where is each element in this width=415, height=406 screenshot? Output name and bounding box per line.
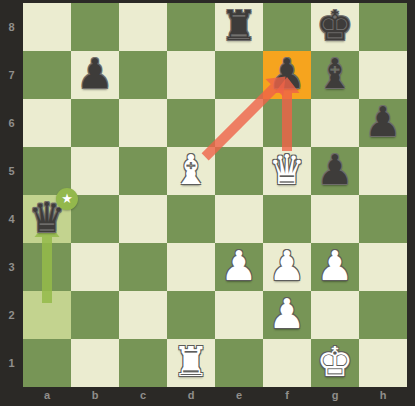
square-a7[interactable] [23,51,71,99]
square-h5[interactable] [359,147,407,195]
board[interactable]: ★ ♜♚♟♟♝♟♝♛♟♛♟♟♟♟♜♚ [23,3,407,387]
square-e5[interactable] [215,147,263,195]
black-pawn-f7[interactable]: ♟ [263,51,311,99]
square-a3[interactable] [23,243,71,291]
square-b6[interactable] [71,99,119,147]
black-bishop-g7[interactable]: ♝ [311,51,359,99]
rank-label-7: 7 [0,51,23,99]
rank-label-2: 2 [0,291,23,339]
black-rook-e8[interactable]: ♜ [215,3,263,51]
square-g6[interactable] [311,99,359,147]
rank-label-4: 4 [0,195,23,243]
file-label-g: g [311,387,359,406]
square-h7[interactable] [359,51,407,99]
square-c8[interactable] [119,3,167,51]
square-c1[interactable] [119,339,167,387]
square-e1[interactable] [215,339,263,387]
square-c3[interactable] [119,243,167,291]
square-a1[interactable] [23,339,71,387]
square-g4[interactable] [311,195,359,243]
square-f6[interactable] [263,99,311,147]
file-label-d: d [167,387,215,406]
white-pawn-f2[interactable]: ♟ [263,291,311,339]
white-pawn-g3[interactable]: ♟ [311,243,359,291]
file-label-e: e [215,387,263,406]
square-e4[interactable] [215,195,263,243]
white-pawn-e3[interactable]: ♟ [215,243,263,291]
file-label-c: c [119,387,167,406]
square-b4[interactable] [71,195,119,243]
rank-label-5: 5 [0,147,23,195]
white-pawn-f3[interactable]: ♟ [263,243,311,291]
rank-label-3: 3 [0,243,23,291]
square-d2[interactable] [167,291,215,339]
square-a2[interactable] [23,291,71,339]
black-pawn-g5[interactable]: ♟ [311,147,359,195]
square-d6[interactable] [167,99,215,147]
square-a6[interactable] [23,99,71,147]
rank-label-8: 8 [0,3,23,51]
black-pawn-h6[interactable]: ♟ [359,99,407,147]
square-a8[interactable] [23,3,71,51]
square-d4[interactable] [167,195,215,243]
square-c5[interactable] [119,147,167,195]
black-king-g8[interactable]: ♚ [311,3,359,51]
rank-label-6: 6 [0,99,23,147]
square-f4[interactable] [263,195,311,243]
square-h3[interactable] [359,243,407,291]
chess-board-panel: 87654321 ★ ♜♚♟♟♝♟♝♛♟♛♟♟♟♟♜♚ abcdefgh [0,0,415,406]
white-queen-f5[interactable]: ♛ [263,147,311,195]
square-b5[interactable] [71,147,119,195]
square-c6[interactable] [119,99,167,147]
star-icon: ★ [61,191,73,206]
rank-label-1: 1 [0,339,23,387]
white-bishop-d5[interactable]: ♝ [167,147,215,195]
square-h2[interactable] [359,291,407,339]
square-h4[interactable] [359,195,407,243]
best-move-star-badge: ★ [56,188,78,210]
rank-labels: 87654321 [0,3,23,387]
white-king-g1[interactable]: ♚ [311,339,359,387]
square-b3[interactable] [71,243,119,291]
file-label-a: a [23,387,71,406]
square-f1[interactable] [263,339,311,387]
square-d7[interactable] [167,51,215,99]
square-g2[interactable] [311,291,359,339]
square-e7[interactable] [215,51,263,99]
square-b2[interactable] [71,291,119,339]
square-b8[interactable] [71,3,119,51]
black-pawn-b7[interactable]: ♟ [71,51,119,99]
square-h8[interactable] [359,3,407,51]
square-h1[interactable] [359,339,407,387]
square-c4[interactable] [119,195,167,243]
square-d3[interactable] [167,243,215,291]
square-d8[interactable] [167,3,215,51]
square-c7[interactable] [119,51,167,99]
square-b1[interactable] [71,339,119,387]
file-label-b: b [71,387,119,406]
file-label-h: h [359,387,407,406]
square-e2[interactable] [215,291,263,339]
file-label-f: f [263,387,311,406]
square-c2[interactable] [119,291,167,339]
square-e6[interactable] [215,99,263,147]
square-f8[interactable] [263,3,311,51]
file-labels: abcdefgh [23,387,407,406]
white-rook-d1[interactable]: ♜ [167,339,215,387]
